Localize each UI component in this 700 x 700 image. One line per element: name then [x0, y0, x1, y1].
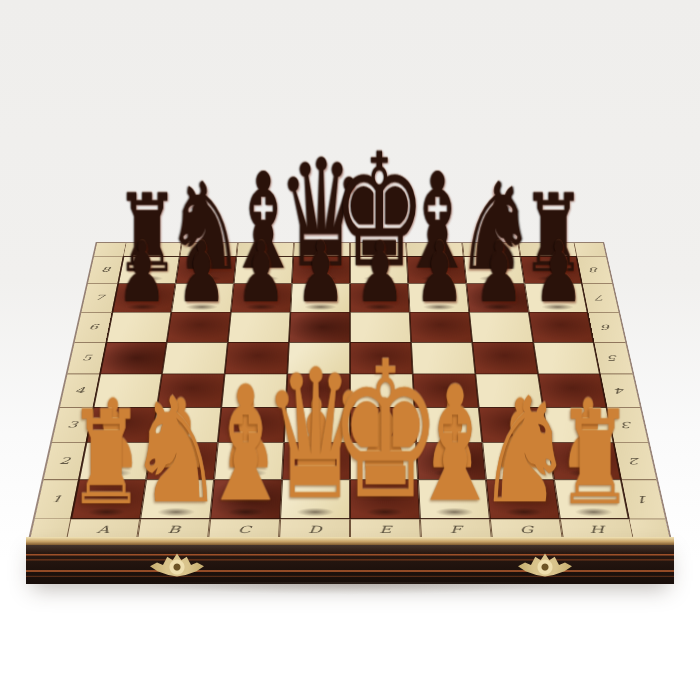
piece-black-pawn-g7[interactable]: ♟	[474, 235, 524, 310]
square-h7[interactable]: ♟	[524, 283, 588, 312]
piece-black-pawn-b7[interactable]: ♟	[176, 235, 226, 310]
piece-black-pawn-a7[interactable]: ♟	[117, 235, 167, 310]
square-g7[interactable]: ♟	[466, 283, 528, 312]
board-grid: ABCDEFGH8♜♞♝♛♚♝♞♜87♟♟♟♟♟♟♟♟7665544332♟♟♟…	[30, 243, 670, 540]
square-b6[interactable]	[167, 312, 231, 342]
square-a7[interactable]: ♟	[112, 283, 176, 312]
rank-label-6-right: 6	[588, 312, 625, 342]
piece-black-pawn-e7[interactable]: ♟	[355, 235, 405, 310]
piece-black-pawn-c7[interactable]: ♟	[236, 235, 286, 310]
square-b1[interactable]: ♞	[140, 480, 214, 519]
photo-stage: ABCDEFGH8♜♞♝♛♚♝♞♜87♟♟♟♟♟♟♟♟7665544332♟♟♟…	[0, 0, 700, 700]
piece-white-knight-g1[interactable]: ♞	[476, 386, 574, 517]
board-floor-shadow	[40, 582, 660, 600]
square-g1[interactable]: ♞	[486, 480, 560, 519]
square-g6[interactable]	[469, 312, 533, 342]
piece-black-pawn-h7[interactable]: ♟	[533, 235, 583, 310]
rank-label-7-right: 7	[583, 283, 619, 312]
square-b7[interactable]: ♟	[171, 283, 233, 312]
piece-black-pawn-d7[interactable]: ♟	[295, 235, 345, 310]
square-e7[interactable]: ♟	[350, 283, 410, 312]
box-front-side	[26, 537, 674, 584]
piece-black-pawn-f7[interactable]: ♟	[414, 235, 464, 310]
square-a6[interactable]	[106, 312, 172, 342]
piece-white-knight-b1[interactable]: ♞	[126, 386, 224, 517]
brass-clasp-icon	[518, 552, 572, 578]
square-f7[interactable]: ♟	[408, 283, 469, 312]
box-front-panel	[26, 545, 674, 584]
square-c7[interactable]: ♟	[231, 283, 292, 312]
board-bevel-edge	[26, 537, 674, 545]
brass-clasp-icon	[150, 552, 204, 578]
board-plane: ABCDEFGH8♜♞♝♛♚♝♞♜87♟♟♟♟♟♟♟♟7665544332♟♟♟…	[30, 243, 670, 540]
square-d7[interactable]: ♟	[290, 283, 350, 312]
square-h6[interactable]	[529, 312, 595, 342]
rank-label-5-right: 5	[594, 342, 632, 374]
